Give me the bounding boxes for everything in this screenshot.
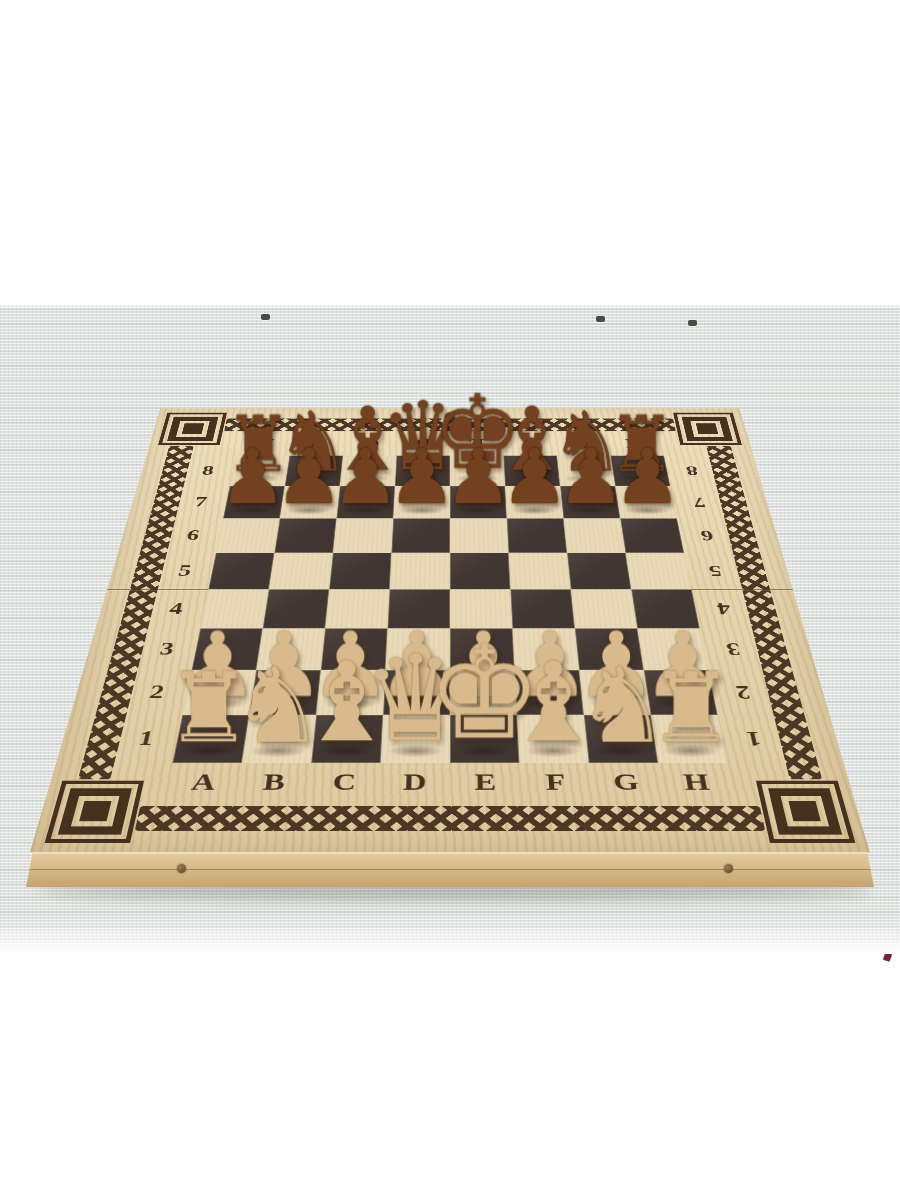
square-b5[interactable] [269,553,333,590]
corner-ring-center [696,423,718,434]
square-b2[interactable] [249,670,321,715]
square-a5[interactable] [208,553,274,590]
corner-ring-center [788,801,820,821]
square-f2[interactable] [515,670,584,715]
rank-label-left-8: 8 [184,456,232,486]
file-label-bottom-g: G [589,764,664,800]
square-d5[interactable] [390,553,450,590]
rank-label-right-3: 3 [705,628,763,670]
rank-label-left-1: 1 [114,715,177,763]
file-label-bottom-h: H [658,764,735,800]
square-h4[interactable] [631,589,699,628]
square-c7[interactable] [337,486,395,518]
square-f8[interactable] [503,456,560,486]
file-label-bottom-f: F [519,764,592,800]
files-bottom: ABCDEFGH [165,764,736,800]
square-d4[interactable] [388,589,450,628]
back-hinge-2 [596,316,605,322]
square-g4[interactable] [571,589,637,628]
corner-motif-bottom-right [756,781,855,843]
square-h3[interactable] [637,628,708,670]
square-f7[interactable] [505,486,563,518]
square-f4[interactable] [510,589,574,628]
square-f1[interactable] [517,715,589,763]
board-grid [172,456,727,763]
square-e1[interactable] [450,715,519,763]
square-g5[interactable] [567,553,631,590]
square-a7[interactable] [223,486,285,518]
square-h6[interactable] [620,518,684,552]
chess-board: 87654321 87654321 ABCDEFGH ABCDEFGH ♜♞♝♛… [30,408,870,852]
square-b6[interactable] [274,518,336,552]
square-b1[interactable] [242,715,316,763]
file-label-top-e: E [450,434,503,454]
square-h2[interactable] [644,670,718,715]
corner-ring-center [182,423,204,434]
square-g7[interactable] [560,486,620,518]
square-b4[interactable] [263,589,329,628]
rank-label-right-6: 6 [682,518,734,552]
square-c1[interactable] [311,715,383,763]
file-label-top-g: G [555,434,611,454]
square-h8[interactable] [610,456,670,486]
rank-label-left-3: 3 [138,628,196,670]
box-front-edge [26,852,874,887]
square-e5[interactable] [450,553,510,590]
square-g8[interactable] [557,456,615,486]
square-h7[interactable] [615,486,677,518]
square-f3[interactable] [512,628,579,670]
square-h5[interactable] [626,553,692,590]
rank-label-left-4: 4 [148,589,203,628]
square-c6[interactable] [333,518,393,552]
square-f5[interactable] [509,553,571,590]
braid-border-bottom [135,806,766,831]
square-c5[interactable] [329,553,391,590]
back-hinge-3 [688,320,697,326]
square-d2[interactable] [383,670,450,715]
square-b3[interactable] [256,628,325,670]
square-a3[interactable] [192,628,263,670]
square-a2[interactable] [182,670,256,715]
photo-stage: 87654321 87654321 ABCDEFGH ABCDEFGH ♜♞♝♛… [0,0,900,1200]
square-f6[interactable] [507,518,567,552]
square-b8[interactable] [285,456,343,486]
rank-label-right-4: 4 [697,589,752,628]
corner-motif-top-left [158,413,227,446]
square-g2[interactable] [579,670,651,715]
square-a8[interactable] [230,456,290,486]
rank-label-left-2: 2 [126,670,186,715]
square-d1[interactable] [381,715,450,763]
square-a6[interactable] [216,518,280,552]
file-label-bottom-d: D [379,764,450,800]
square-c2[interactable] [316,670,385,715]
square-h1[interactable] [651,715,728,763]
file-label-bottom-e: E [450,764,521,800]
square-c8[interactable] [340,456,397,486]
square-d8[interactable] [395,456,450,486]
square-d7[interactable] [393,486,450,518]
file-label-bottom-b: B [236,764,311,800]
square-e8[interactable] [450,456,505,486]
corner-motif-top-right [673,413,742,446]
rank-label-left-7: 7 [176,486,226,518]
file-label-bottom-a: A [165,764,242,800]
square-b7[interactable] [280,486,340,518]
square-e6[interactable] [450,518,509,552]
square-a4[interactable] [200,589,268,628]
braid-border-top [224,419,676,432]
rank-label-right-5: 5 [689,553,742,590]
square-e4[interactable] [450,589,512,628]
file-label-top-f: F [502,434,556,454]
hinge-screw-left [177,864,186,873]
square-g3[interactable] [575,628,644,670]
rank-label-right-8: 8 [668,456,716,486]
file-label-top-d: D [397,434,450,454]
file-label-top-c: C [343,434,397,454]
back-hinge-1 [261,314,270,320]
square-c4[interactable] [325,589,389,628]
corner-ring-center [79,801,111,821]
file-label-bottom-c: C [307,764,380,800]
scene: 87654321 87654321 ABCDEFGH ABCDEFGH ♜♞♝♛… [0,0,900,1200]
square-e2[interactable] [450,670,517,715]
square-e7[interactable] [450,486,507,518]
rank-label-left-6: 6 [167,518,219,552]
file-label-top-a: A [236,434,293,454]
file-label-top-h: H [607,434,664,454]
square-a1[interactable] [172,715,249,763]
file-label-top-b: B [290,434,346,454]
square-d6[interactable] [391,518,450,552]
rank-label-right-7: 7 [675,486,725,518]
rank-label-left-5: 5 [158,553,211,590]
files-top: ABCDEFGH [236,434,663,454]
corner-motif-bottom-left [45,781,144,843]
square-e3[interactable] [450,628,515,670]
square-g1[interactable] [584,715,658,763]
square-d3[interactable] [385,628,450,670]
hinge-screw-right [724,864,733,873]
square-g6[interactable] [563,518,625,552]
box-lid-seam [26,869,874,870]
square-c3[interactable] [321,628,388,670]
